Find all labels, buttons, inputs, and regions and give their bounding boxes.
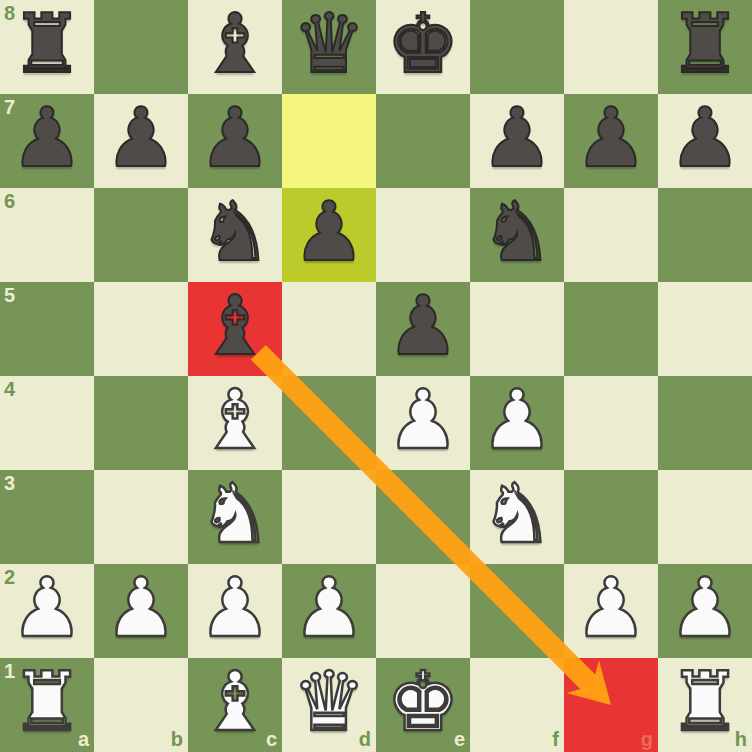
square-f2[interactable] [470, 564, 564, 658]
square-e6[interactable] [376, 188, 470, 282]
piece-black-knight[interactable]: ♞ [470, 185, 564, 279]
square-a3[interactable]: 3 [0, 470, 94, 564]
square-h8[interactable]: ♜ [658, 0, 752, 94]
board-grid: ♜8♝♛♚♜♟7♟♟♟♟♟6♞♟♞5♝♟4♝♟♟3♞♞♟2♟♟♟♟♟♜1ab♝c… [0, 0, 752, 752]
piece-black-pawn[interactable]: ♟ [470, 91, 564, 185]
piece-white-rook[interactable]: ♜ [658, 655, 752, 749]
rank-label-6: 6 [4, 190, 15, 213]
file-label-g: g [641, 728, 653, 751]
square-f7[interactable]: ♟ [470, 94, 564, 188]
piece-white-queen[interactable]: ♛ [282, 655, 376, 749]
piece-white-pawn[interactable]: ♟ [0, 561, 94, 655]
square-h2[interactable]: ♟ [658, 564, 752, 658]
square-a6[interactable]: 6 [0, 188, 94, 282]
rank-label-4: 4 [4, 378, 15, 401]
file-label-b: b [171, 728, 183, 751]
square-d7[interactable] [282, 94, 376, 188]
piece-black-rook[interactable]: ♜ [0, 0, 94, 91]
square-g7[interactable]: ♟ [564, 94, 658, 188]
square-c1[interactable]: ♝c [188, 658, 282, 752]
square-a2[interactable]: ♟2 [0, 564, 94, 658]
square-a4[interactable]: 4 [0, 376, 94, 470]
piece-black-bishop[interactable]: ♝ [188, 0, 282, 91]
square-h1[interactable]: ♜h [658, 658, 752, 752]
square-f5[interactable] [470, 282, 564, 376]
piece-white-rook[interactable]: ♜ [0, 655, 94, 749]
piece-black-pawn[interactable]: ♟ [94, 91, 188, 185]
piece-black-king[interactable]: ♚ [376, 0, 470, 91]
square-e4[interactable]: ♟ [376, 376, 470, 470]
square-g8[interactable] [564, 0, 658, 94]
square-g2[interactable]: ♟ [564, 564, 658, 658]
rank-label-5: 5 [4, 284, 15, 307]
square-d4[interactable] [282, 376, 376, 470]
square-h6[interactable] [658, 188, 752, 282]
square-b2[interactable]: ♟ [94, 564, 188, 658]
piece-white-pawn[interactable]: ♟ [188, 561, 282, 655]
square-g1[interactable]: g [564, 658, 658, 752]
piece-white-bishop[interactable]: ♝ [188, 373, 282, 467]
piece-white-pawn[interactable]: ♟ [564, 561, 658, 655]
piece-white-knight[interactable]: ♞ [470, 467, 564, 561]
square-e7[interactable] [376, 94, 470, 188]
piece-black-pawn[interactable]: ♟ [376, 279, 470, 373]
square-d2[interactable]: ♟ [282, 564, 376, 658]
square-e8[interactable]: ♚ [376, 0, 470, 94]
piece-white-knight[interactable]: ♞ [188, 467, 282, 561]
piece-white-king[interactable]: ♚ [376, 655, 470, 749]
square-f3[interactable]: ♞ [470, 470, 564, 564]
square-d5[interactable] [282, 282, 376, 376]
piece-white-pawn[interactable]: ♟ [658, 561, 752, 655]
square-b5[interactable] [94, 282, 188, 376]
square-c6[interactable]: ♞ [188, 188, 282, 282]
square-h4[interactable] [658, 376, 752, 470]
piece-black-pawn[interactable]: ♟ [658, 91, 752, 185]
square-b7[interactable]: ♟ [94, 94, 188, 188]
square-c8[interactable]: ♝ [188, 0, 282, 94]
piece-white-pawn[interactable]: ♟ [94, 561, 188, 655]
piece-white-bishop[interactable]: ♝ [188, 655, 282, 749]
piece-black-rook[interactable]: ♜ [658, 0, 752, 91]
square-g3[interactable] [564, 470, 658, 564]
piece-black-pawn[interactable]: ♟ [0, 91, 94, 185]
square-c4[interactable]: ♝ [188, 376, 282, 470]
square-c2[interactable]: ♟ [188, 564, 282, 658]
square-h7[interactable]: ♟ [658, 94, 752, 188]
square-e3[interactable] [376, 470, 470, 564]
square-a7[interactable]: ♟7 [0, 94, 94, 188]
piece-black-queen[interactable]: ♛ [282, 0, 376, 91]
piece-white-pawn[interactable]: ♟ [376, 373, 470, 467]
square-f4[interactable]: ♟ [470, 376, 564, 470]
square-d8[interactable]: ♛ [282, 0, 376, 94]
square-g4[interactable] [564, 376, 658, 470]
piece-black-pawn[interactable]: ♟ [282, 185, 376, 279]
square-e2[interactable] [376, 564, 470, 658]
square-b4[interactable] [94, 376, 188, 470]
square-d6[interactable]: ♟ [282, 188, 376, 282]
square-f6[interactable]: ♞ [470, 188, 564, 282]
square-b3[interactable] [94, 470, 188, 564]
piece-black-pawn[interactable]: ♟ [188, 91, 282, 185]
square-d1[interactable]: ♛d [282, 658, 376, 752]
chess-board: ♜8♝♛♚♜♟7♟♟♟♟♟6♞♟♞5♝♟4♝♟♟3♞♞♟2♟♟♟♟♟♜1ab♝c… [0, 0, 752, 752]
square-b1[interactable]: b [94, 658, 188, 752]
square-d3[interactable] [282, 470, 376, 564]
file-label-f: f [552, 728, 559, 751]
rank-label-3: 3 [4, 472, 15, 495]
square-a5[interactable]: 5 [0, 282, 94, 376]
square-g6[interactable] [564, 188, 658, 282]
piece-black-bishop[interactable]: ♝ [188, 279, 282, 373]
square-b8[interactable] [94, 0, 188, 94]
square-c3[interactable]: ♞ [188, 470, 282, 564]
square-c5[interactable]: ♝ [188, 282, 282, 376]
square-e5[interactable]: ♟ [376, 282, 470, 376]
piece-black-knight[interactable]: ♞ [188, 185, 282, 279]
piece-white-pawn[interactable]: ♟ [282, 561, 376, 655]
square-g5[interactable] [564, 282, 658, 376]
square-e1[interactable]: ♚e [376, 658, 470, 752]
piece-black-pawn[interactable]: ♟ [564, 91, 658, 185]
square-a1[interactable]: ♜1a [0, 658, 94, 752]
square-f1[interactable]: f [470, 658, 564, 752]
piece-white-pawn[interactable]: ♟ [470, 373, 564, 467]
square-h3[interactable] [658, 470, 752, 564]
square-c7[interactable]: ♟ [188, 94, 282, 188]
square-b6[interactable] [94, 188, 188, 282]
square-f8[interactable] [470, 0, 564, 94]
square-h5[interactable] [658, 282, 752, 376]
square-a8[interactable]: ♜8 [0, 0, 94, 94]
